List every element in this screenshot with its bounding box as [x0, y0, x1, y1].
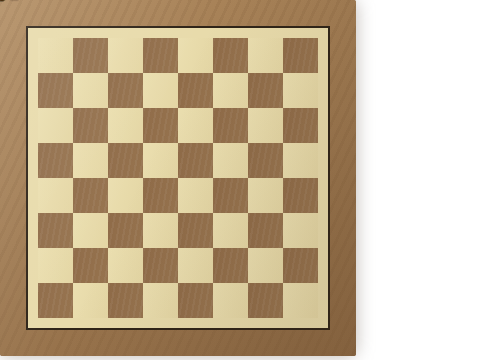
chess-set-photo: ♜♞♝♛♚♝♞♜♟♟♟♟♟♟♟♟♟♟♟♟♟♟♟♟♜♞♝♛♚♝♞♜ [0, 0, 480, 360]
pieces-layer: ♜♞♝♛♚♝♞♜♟♟♟♟♟♟♟♟♟♟♟♟♟♟♟♟♜♞♝♛♚♝♞♜ [0, 0, 480, 360]
white-rook-glyph: ♜ [0, 0, 7, 2]
black-knight-glyph: ♞ [7, 0, 21, 2]
